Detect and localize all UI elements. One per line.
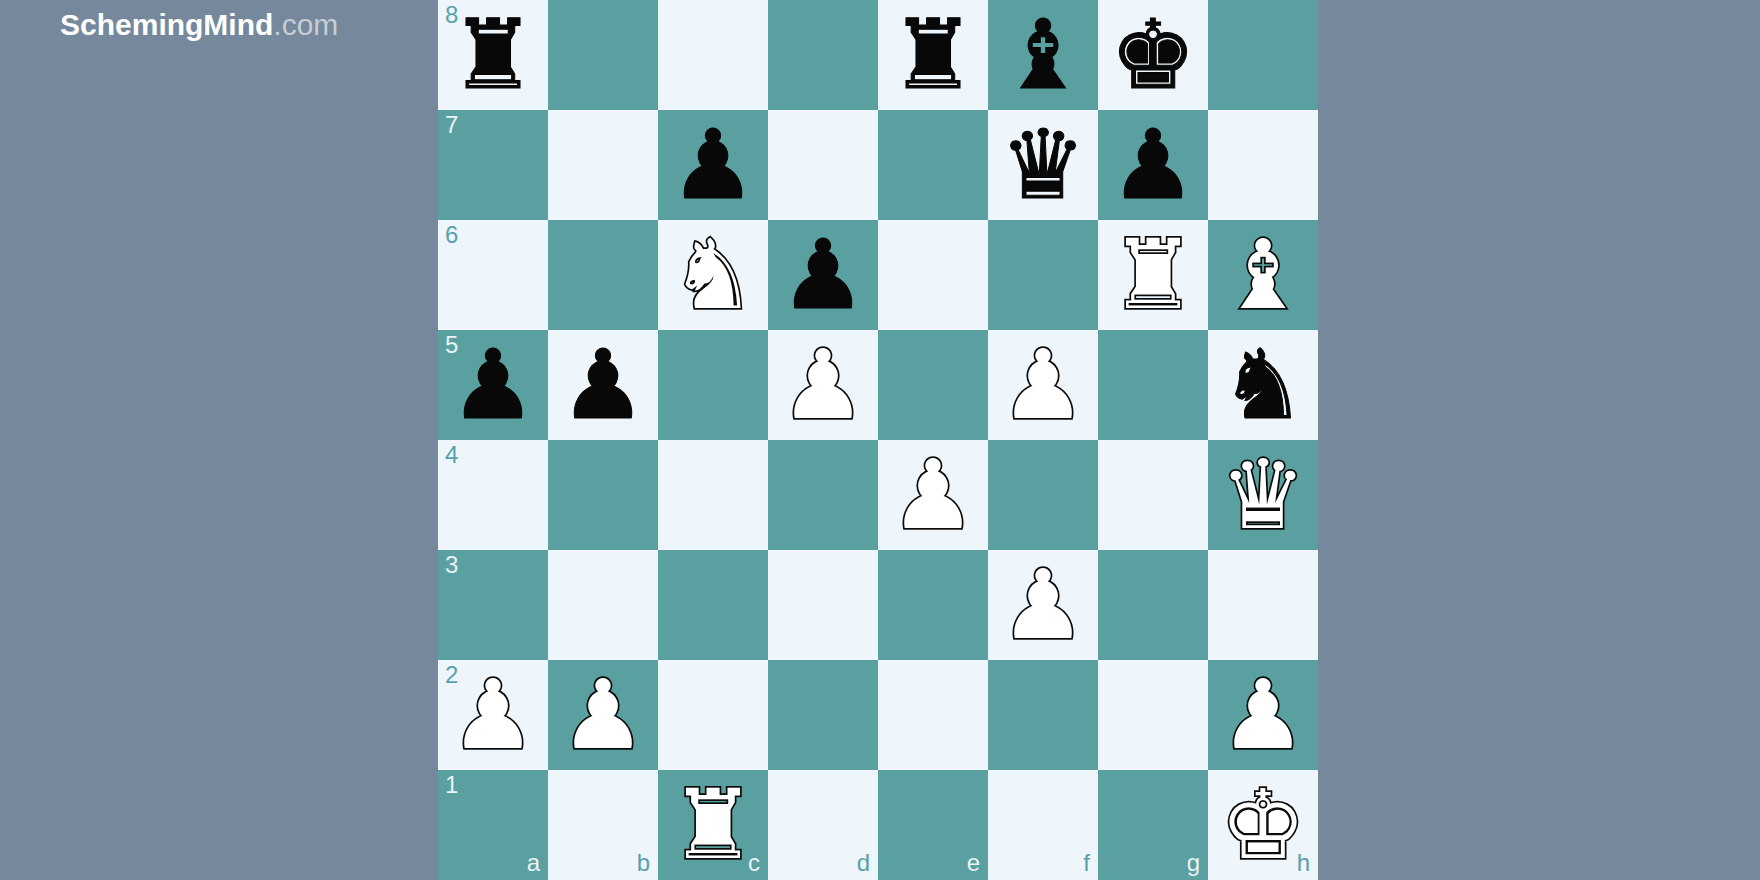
rank-label-3: 3 — [445, 551, 458, 579]
square-c3[interactable] — [658, 550, 768, 660]
piece-wP-e4: ♟ — [890, 440, 976, 550]
piece-bN-h5: ♞ — [1220, 330, 1306, 440]
piece-bP-b5: ♟ — [560, 330, 646, 440]
square-h1[interactable]: h♚ — [1208, 770, 1318, 880]
square-b2[interactable]: ♟ — [548, 660, 658, 770]
square-d1[interactable]: d — [768, 770, 878, 880]
square-c1[interactable]: c♜ — [658, 770, 768, 880]
piece-bR-a8: ♜ — [450, 0, 536, 110]
square-g4[interactable] — [1098, 440, 1208, 550]
square-f5[interactable]: ♟ — [988, 330, 1098, 440]
square-c7[interactable]: ♟ — [658, 110, 768, 220]
piece-bP-d6: ♟ — [780, 220, 866, 330]
square-h4[interactable]: ♛ — [1208, 440, 1318, 550]
square-g6[interactable]: ♜ — [1098, 220, 1208, 330]
square-a1[interactable]: 1a — [438, 770, 548, 880]
piece-bP-a5: ♟ — [450, 330, 536, 440]
file-label-f: f — [1083, 849, 1090, 877]
square-b8[interactable] — [548, 0, 658, 110]
square-e1[interactable]: e — [878, 770, 988, 880]
square-a8[interactable]: 8♜ — [438, 0, 548, 110]
file-label-a: a — [527, 849, 540, 877]
square-b1[interactable]: b — [548, 770, 658, 880]
site-logo[interactable]: SchemingMind.com — [60, 8, 338, 42]
square-a7[interactable]: 7 — [438, 110, 548, 220]
file-label-d: d — [857, 849, 870, 877]
square-h3[interactable] — [1208, 550, 1318, 660]
file-label-b: b — [637, 849, 650, 877]
square-a4[interactable]: 4 — [438, 440, 548, 550]
square-f8[interactable]: ♝ — [988, 0, 1098, 110]
square-c4[interactable] — [658, 440, 768, 550]
square-a6[interactable]: 6 — [438, 220, 548, 330]
square-g7[interactable]: ♟ — [1098, 110, 1208, 220]
square-d4[interactable] — [768, 440, 878, 550]
rank-label-7: 7 — [445, 111, 458, 139]
square-b4[interactable] — [548, 440, 658, 550]
square-h7[interactable] — [1208, 110, 1318, 220]
piece-wP-b2: ♟ — [560, 660, 646, 770]
piece-wK-h1: ♚ — [1220, 770, 1306, 880]
rank-label-4: 4 — [445, 441, 458, 469]
rank-label-6: 6 — [445, 221, 458, 249]
square-h8[interactable] — [1208, 0, 1318, 110]
square-h5[interactable]: ♞ — [1208, 330, 1318, 440]
square-f7[interactable]: ♛ — [988, 110, 1098, 220]
square-e2[interactable] — [878, 660, 988, 770]
chess-board: 8♜♜♝♚7♟♛♟6♞♟♜♝5♟♟♟♟♞4♟♛3♟2♟♟♟1abc♜defgh♚ — [438, 0, 1318, 880]
square-d8[interactable] — [768, 0, 878, 110]
piece-bP-g7: ♟ — [1110, 110, 1196, 220]
square-a3[interactable]: 3 — [438, 550, 548, 660]
square-f4[interactable] — [988, 440, 1098, 550]
piece-wP-d5: ♟ — [780, 330, 866, 440]
square-h6[interactable]: ♝ — [1208, 220, 1318, 330]
square-b7[interactable] — [548, 110, 658, 220]
site-logo-suffix: .com — [273, 8, 338, 41]
piece-wP-h2: ♟ — [1220, 660, 1306, 770]
piece-bQ-f7: ♛ — [1000, 110, 1086, 220]
rank-label-1: 1 — [445, 771, 458, 799]
site-logo-brand: SchemingMind — [60, 8, 273, 41]
square-e5[interactable] — [878, 330, 988, 440]
file-label-g: g — [1187, 849, 1200, 877]
piece-wR-g6: ♜ — [1110, 220, 1196, 330]
piece-wB-h6: ♝ — [1220, 220, 1306, 330]
square-b3[interactable] — [548, 550, 658, 660]
square-a5[interactable]: 5♟ — [438, 330, 548, 440]
square-c8[interactable] — [658, 0, 768, 110]
square-f3[interactable]: ♟ — [988, 550, 1098, 660]
piece-wP-f5: ♟ — [1000, 330, 1086, 440]
square-f2[interactable] — [988, 660, 1098, 770]
square-d5[interactable]: ♟ — [768, 330, 878, 440]
piece-bB-f8: ♝ — [1000, 0, 1086, 110]
piece-wN-c6: ♞ — [670, 220, 756, 330]
piece-bP-c7: ♟ — [670, 110, 756, 220]
piece-bR-e8: ♜ — [890, 0, 976, 110]
square-c6[interactable]: ♞ — [658, 220, 768, 330]
square-f6[interactable] — [988, 220, 1098, 330]
square-b5[interactable]: ♟ — [548, 330, 658, 440]
square-g8[interactable]: ♚ — [1098, 0, 1208, 110]
square-g1[interactable]: g — [1098, 770, 1208, 880]
square-f1[interactable]: f — [988, 770, 1098, 880]
square-e3[interactable] — [878, 550, 988, 660]
square-a2[interactable]: 2♟ — [438, 660, 548, 770]
file-label-e: e — [967, 849, 980, 877]
square-g5[interactable] — [1098, 330, 1208, 440]
square-h2[interactable]: ♟ — [1208, 660, 1318, 770]
piece-wP-f3: ♟ — [1000, 550, 1086, 660]
square-e7[interactable] — [878, 110, 988, 220]
square-e4[interactable]: ♟ — [878, 440, 988, 550]
page-background: { "site": { "brand_bold": "SchemingMind"… — [0, 0, 1760, 880]
square-e6[interactable] — [878, 220, 988, 330]
piece-bK-g8: ♚ — [1110, 0, 1196, 110]
square-e8[interactable]: ♜ — [878, 0, 988, 110]
square-d7[interactable] — [768, 110, 878, 220]
square-d3[interactable] — [768, 550, 878, 660]
piece-wP-a2: ♟ — [450, 660, 536, 770]
square-c2[interactable] — [658, 660, 768, 770]
piece-wR-c1: ♜ — [670, 770, 756, 880]
square-g3[interactable] — [1098, 550, 1208, 660]
square-c5[interactable] — [658, 330, 768, 440]
square-d2[interactable] — [768, 660, 878, 770]
square-g2[interactable] — [1098, 660, 1208, 770]
piece-wQ-h4: ♛ — [1220, 440, 1306, 550]
square-b6[interactable] — [548, 220, 658, 330]
square-d6[interactable]: ♟ — [768, 220, 878, 330]
